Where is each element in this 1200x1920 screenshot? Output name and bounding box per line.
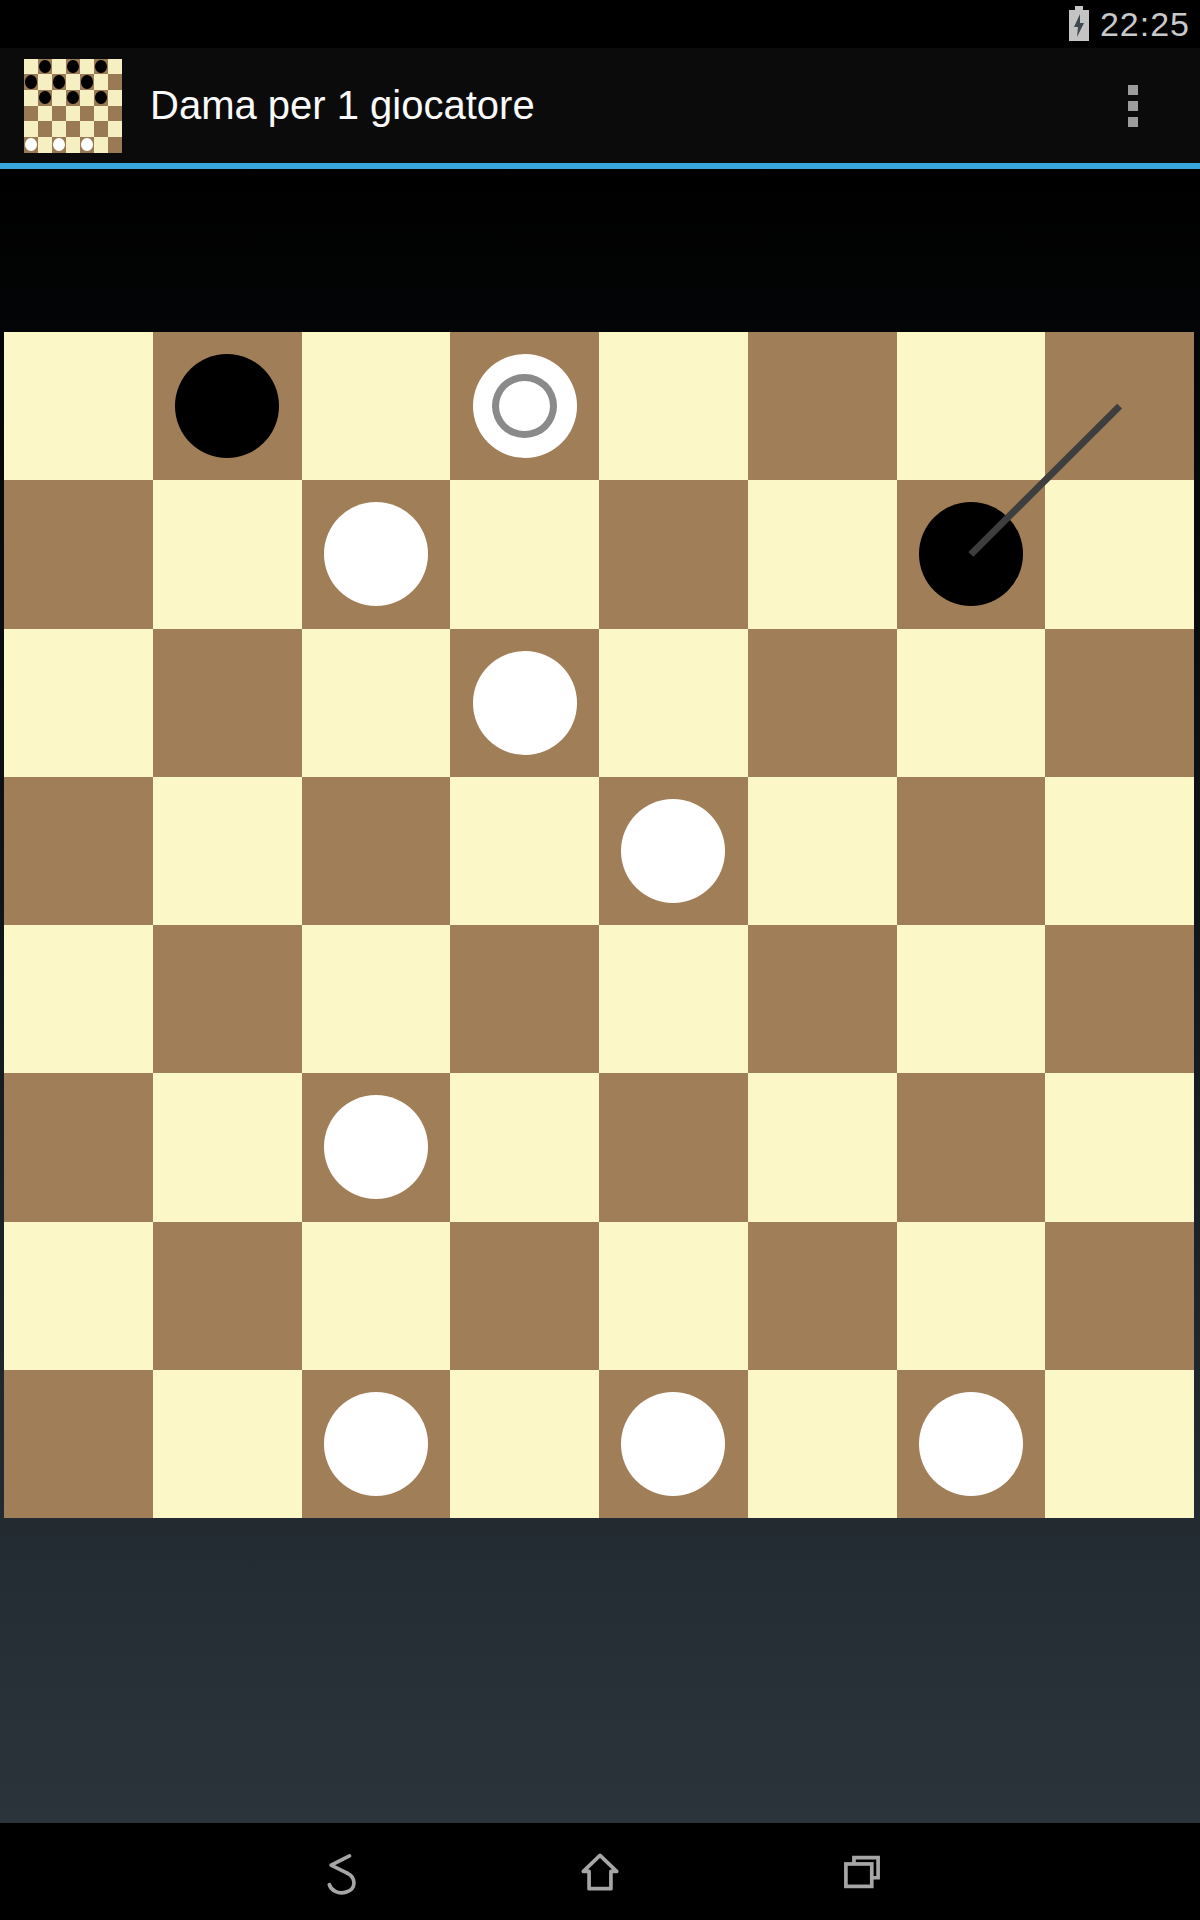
battery-charging-icon <box>1068 6 1090 42</box>
square-r3c2[interactable] <box>302 777 451 925</box>
app-icon-cell <box>108 90 122 106</box>
app-icon-cell <box>66 106 80 122</box>
status-time: 22:25 <box>1100 5 1190 44</box>
square-r4c1[interactable] <box>153 925 302 1073</box>
square-r3c6[interactable] <box>897 777 1046 925</box>
board-wrap <box>4 332 1194 1518</box>
app-icon-cell <box>52 137 66 153</box>
app-icon-cell <box>38 74 52 90</box>
square-r7c2[interactable] <box>302 1370 451 1518</box>
square-r0c3[interactable] <box>450 332 599 480</box>
app-icon <box>24 59 122 153</box>
white-man-piece[interactable] <box>621 799 725 903</box>
square-r1c5[interactable] <box>748 480 897 628</box>
overflow-dot <box>1128 85 1138 95</box>
square-r0c2[interactable] <box>302 332 451 480</box>
home-icon[interactable] <box>576 1849 624 1895</box>
nav-bar <box>0 1823 1200 1920</box>
app-icon-cell <box>66 137 80 153</box>
app-icon-cell <box>66 74 80 90</box>
app-icon-cell <box>66 59 80 75</box>
square-r5c0[interactable] <box>4 1073 153 1221</box>
square-r1c1[interactable] <box>153 480 302 628</box>
square-r0c7[interactable] <box>1045 332 1194 480</box>
overflow-dot <box>1128 101 1138 111</box>
app-icon-cell <box>52 121 66 137</box>
square-r0c6[interactable] <box>897 332 1046 480</box>
square-r5c4[interactable] <box>599 1073 748 1221</box>
app-icon-cell <box>80 74 94 90</box>
app-icon-cell <box>94 106 108 122</box>
square-r5c7[interactable] <box>1045 1073 1194 1221</box>
white-man-piece[interactable] <box>919 1392 1023 1496</box>
app-icon-cell <box>24 90 38 106</box>
square-r2c6[interactable] <box>897 629 1046 777</box>
app-icon-cell <box>38 106 52 122</box>
square-r6c1[interactable] <box>153 1222 302 1370</box>
square-r0c5[interactable] <box>748 332 897 480</box>
square-r7c1[interactable] <box>153 1370 302 1518</box>
app-icon-cell <box>94 121 108 137</box>
square-r3c1[interactable] <box>153 777 302 925</box>
square-r3c7[interactable] <box>1045 777 1194 925</box>
square-r6c4[interactable] <box>599 1222 748 1370</box>
status-bar: 22:25 <box>0 0 1200 48</box>
square-r7c4[interactable] <box>599 1370 748 1518</box>
app-icon-cell <box>38 121 52 137</box>
app-bar: Dama per 1 giocatore <box>0 48 1200 163</box>
app-icon-cell <box>108 121 122 137</box>
white-king-piece[interactable] <box>473 354 577 458</box>
app-icon-cell <box>52 90 66 106</box>
white-man-piece[interactable] <box>324 1095 428 1199</box>
back-icon[interactable] <box>314 1849 362 1895</box>
black-man-piece[interactable] <box>175 354 279 458</box>
app-icon-cell <box>108 106 122 122</box>
square-r5c3[interactable] <box>450 1073 599 1221</box>
app-icon-cell <box>94 137 108 153</box>
square-r1c7[interactable] <box>1045 480 1194 628</box>
app-icon-cell <box>38 59 52 75</box>
square-r5c5[interactable] <box>748 1073 897 1221</box>
app-icon-cell <box>24 106 38 122</box>
square-r5c2[interactable] <box>302 1073 451 1221</box>
square-r3c3[interactable] <box>450 777 599 925</box>
recents-icon[interactable] <box>838 1849 886 1895</box>
screen: 22:25 Dama per 1 giocatore <box>0 0 1200 1920</box>
app-icon-cell <box>66 90 80 106</box>
square-r7c3[interactable] <box>450 1370 599 1518</box>
app-icon-cell <box>80 106 94 122</box>
square-r6c7[interactable] <box>1045 1222 1194 1370</box>
app-icon-cell <box>52 106 66 122</box>
app-icon-cell <box>80 137 94 153</box>
square-r5c6[interactable] <box>897 1073 1046 1221</box>
square-r2c4[interactable] <box>599 629 748 777</box>
app-icon-cell <box>38 137 52 153</box>
square-r0c4[interactable] <box>599 332 748 480</box>
square-r4c5[interactable] <box>748 925 897 1073</box>
app-icon-cell <box>38 90 52 106</box>
app-icon-cell <box>94 90 108 106</box>
app-icon-cell <box>94 74 108 90</box>
app-icon-cell <box>80 90 94 106</box>
square-r6c3[interactable] <box>450 1222 599 1370</box>
app-icon-cell <box>52 74 66 90</box>
square-r7c5[interactable] <box>748 1370 897 1518</box>
square-r0c1[interactable] <box>153 332 302 480</box>
square-r7c6[interactable] <box>897 1370 1046 1518</box>
app-icon-cell <box>24 121 38 137</box>
app-icon-cell <box>108 74 122 90</box>
square-r6c0[interactable] <box>4 1222 153 1370</box>
square-r4c7[interactable] <box>1045 925 1194 1073</box>
square-r4c0[interactable] <box>4 925 153 1073</box>
square-r2c5[interactable] <box>748 629 897 777</box>
square-r6c6[interactable] <box>897 1222 1046 1370</box>
app-title: Dama per 1 giocatore <box>150 83 535 128</box>
app-icon-cell <box>108 137 122 153</box>
white-man-piece[interactable] <box>324 502 428 606</box>
app-icon-cell <box>80 59 94 75</box>
square-r6c2[interactable] <box>302 1222 451 1370</box>
square-r4c6[interactable] <box>897 925 1046 1073</box>
square-r0c0[interactable] <box>4 332 153 480</box>
square-r2c3[interactable] <box>450 629 599 777</box>
square-r1c4[interactable] <box>599 480 748 628</box>
board <box>4 332 1194 1518</box>
square-r7c7[interactable] <box>1045 1370 1194 1518</box>
square-r1c2[interactable] <box>302 480 451 628</box>
square-r7c0[interactable] <box>4 1370 153 1518</box>
square-r3c0[interactable] <box>4 777 153 925</box>
square-r4c4[interactable] <box>599 925 748 1073</box>
square-r2c2[interactable] <box>302 629 451 777</box>
white-man-piece[interactable] <box>473 651 577 755</box>
square-r3c4[interactable] <box>599 777 748 925</box>
app-icon-cell <box>66 121 80 137</box>
overflow-menu-icon[interactable] <box>1118 75 1148 137</box>
app-icon-cell <box>24 74 38 90</box>
black-man-piece[interactable] <box>919 502 1023 606</box>
app-icon-cell <box>52 59 66 75</box>
white-man-piece[interactable] <box>621 1392 725 1496</box>
square-r2c7[interactable] <box>1045 629 1194 777</box>
square-r4c2[interactable] <box>302 925 451 1073</box>
square-r4c3[interactable] <box>450 925 599 1073</box>
square-r5c1[interactable] <box>153 1073 302 1221</box>
overflow-dot <box>1128 117 1138 127</box>
square-r6c5[interactable] <box>748 1222 897 1370</box>
square-r1c3[interactable] <box>450 480 599 628</box>
app-icon-cell <box>80 121 94 137</box>
square-r2c0[interactable] <box>4 629 153 777</box>
white-man-piece[interactable] <box>324 1392 428 1496</box>
square-r2c1[interactable] <box>153 629 302 777</box>
app-icon-cell <box>108 59 122 75</box>
app-icon-cell <box>24 59 38 75</box>
app-icon-cell <box>94 59 108 75</box>
square-r1c6[interactable] <box>897 480 1046 628</box>
square-r3c5[interactable] <box>748 777 897 925</box>
square-r1c0[interactable] <box>4 480 153 628</box>
app-icon-cell <box>24 137 38 153</box>
